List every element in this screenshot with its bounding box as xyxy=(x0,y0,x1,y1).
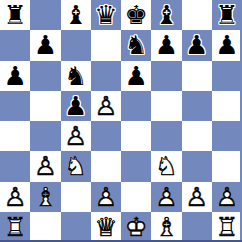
square-e1[interactable]: ♚♔ xyxy=(121,212,151,242)
piece-outline: ♘ xyxy=(151,151,181,181)
square-a2[interactable]: ♟♙ xyxy=(0,182,30,212)
piece-white-bishop[interactable]: ♝♗ xyxy=(30,182,60,212)
square-b2[interactable]: ♝♗ xyxy=(30,182,60,212)
piece-white-pawn[interactable]: ♟♙ xyxy=(61,121,91,151)
square-b5[interactable] xyxy=(30,91,60,121)
piece-black-rook[interactable]: ♜ xyxy=(0,0,30,30)
piece-black-king[interactable]: ♚ xyxy=(121,0,151,30)
piece-white-rook[interactable]: ♜♖ xyxy=(0,212,30,242)
square-f7[interactable]: ♟ xyxy=(151,30,181,60)
square-g2[interactable]: ♟♙ xyxy=(182,182,212,212)
piece-black-queen[interactable]: ♛ xyxy=(91,0,121,30)
square-e5[interactable] xyxy=(121,91,151,121)
piece-outline: ♖ xyxy=(0,212,30,242)
piece-white-queen[interactable]: ♛♕ xyxy=(91,212,121,242)
square-c2[interactable] xyxy=(61,182,91,212)
square-d5[interactable]: ♟♙ xyxy=(91,91,121,121)
square-c4[interactable]: ♟♙ xyxy=(61,121,91,151)
piece-black-pawn[interactable]: ♟ xyxy=(212,30,242,60)
square-c6[interactable]: ♞ xyxy=(61,61,91,91)
square-c1[interactable] xyxy=(61,212,91,242)
square-d7[interactable] xyxy=(91,30,121,60)
square-e6[interactable]: ♟ xyxy=(121,61,151,91)
square-a5[interactable] xyxy=(0,91,30,121)
square-h1[interactable]: ♜♖ xyxy=(212,212,242,242)
piece-black-rook[interactable]: ♜ xyxy=(212,0,242,30)
piece-outline: ♗ xyxy=(30,182,60,212)
piece-white-rook[interactable]: ♜♖ xyxy=(212,212,242,242)
square-f8[interactable]: ♝ xyxy=(151,0,181,30)
piece-black-pawn[interactable]: ♟ xyxy=(151,30,181,60)
square-h3[interactable] xyxy=(212,151,242,181)
square-c8[interactable]: ♝ xyxy=(61,0,91,30)
piece-white-pawn[interactable]: ♟♙ xyxy=(151,182,181,212)
piece-outline: ♙ xyxy=(0,182,30,212)
square-f2[interactable]: ♟♙ xyxy=(151,182,181,212)
square-b1[interactable] xyxy=(30,212,60,242)
piece-white-pawn[interactable]: ♟♙ xyxy=(91,182,121,212)
square-c7[interactable] xyxy=(61,30,91,60)
piece-outline: ♙ xyxy=(61,121,91,151)
piece-black-knight[interactable]: ♞ xyxy=(121,30,151,60)
square-c3[interactable]: ♞♘ xyxy=(61,151,91,181)
piece-outline: ♔ xyxy=(121,212,151,242)
square-e2[interactable] xyxy=(121,182,151,212)
square-h6[interactable] xyxy=(212,61,242,91)
square-d8[interactable]: ♛ xyxy=(91,0,121,30)
square-e4[interactable] xyxy=(121,121,151,151)
square-h2[interactable]: ♟♙ xyxy=(212,182,242,212)
piece-black-pawn[interactable]: ♟ xyxy=(30,30,60,60)
square-g6[interactable] xyxy=(182,61,212,91)
piece-outline: ♙ xyxy=(151,182,181,212)
piece-outline: ♙ xyxy=(30,151,60,181)
square-h4[interactable] xyxy=(212,121,242,151)
square-e3[interactable] xyxy=(121,151,151,181)
square-e7[interactable]: ♞ xyxy=(121,30,151,60)
piece-outline: ♙ xyxy=(91,182,121,212)
square-h7[interactable]: ♟ xyxy=(212,30,242,60)
square-d2[interactable]: ♟♙ xyxy=(91,182,121,212)
square-g4[interactable] xyxy=(182,121,212,151)
piece-black-bishop[interactable]: ♝ xyxy=(151,0,181,30)
piece-white-pawn[interactable]: ♟♙ xyxy=(91,91,121,121)
piece-black-pawn[interactable]: ♟ xyxy=(0,61,30,91)
piece-white-pawn[interactable]: ♟♙ xyxy=(0,182,30,212)
square-b4[interactable] xyxy=(30,121,60,151)
piece-outline: ♙ xyxy=(182,182,212,212)
piece-black-pawn[interactable]: ♟ xyxy=(61,91,91,121)
piece-white-king[interactable]: ♚♔ xyxy=(121,212,151,242)
piece-white-knight[interactable]: ♞♘ xyxy=(61,151,91,181)
piece-white-pawn[interactable]: ♟♙ xyxy=(30,151,60,181)
piece-black-pawn[interactable]: ♟ xyxy=(182,30,212,60)
chess-board: ♜♝♛♚♝♜♟♞♟♟♟♟♞♟♟♟♙♟♙♟♙♞♘♞♘♟♙♝♗♟♙♟♙♟♙♟♙♜♖♛… xyxy=(0,0,242,242)
square-f5[interactable] xyxy=(151,91,181,121)
square-b3[interactable]: ♟♙ xyxy=(30,151,60,181)
square-a6[interactable]: ♟ xyxy=(0,61,30,91)
square-h5[interactable] xyxy=(212,91,242,121)
piece-white-bishop[interactable]: ♝♗ xyxy=(151,212,181,242)
square-f6[interactable] xyxy=(151,61,181,91)
square-g8[interactable] xyxy=(182,0,212,30)
piece-black-pawn[interactable]: ♟ xyxy=(121,61,151,91)
square-d6[interactable] xyxy=(91,61,121,91)
piece-white-pawn[interactable]: ♟♙ xyxy=(182,182,212,212)
piece-outline: ♙ xyxy=(91,91,121,121)
square-g7[interactable]: ♟ xyxy=(182,30,212,60)
square-a3[interactable] xyxy=(0,151,30,181)
square-f1[interactable]: ♝♗ xyxy=(151,212,181,242)
square-g3[interactable] xyxy=(182,151,212,181)
square-g5[interactable] xyxy=(182,91,212,121)
square-a4[interactable] xyxy=(0,121,30,151)
square-a1[interactable]: ♜♖ xyxy=(0,212,30,242)
square-d3[interactable] xyxy=(91,151,121,181)
piece-white-pawn[interactable]: ♟♙ xyxy=(212,182,242,212)
square-f4[interactable] xyxy=(151,121,181,151)
piece-outline: ♘ xyxy=(61,151,91,181)
square-b7[interactable]: ♟ xyxy=(30,30,60,60)
piece-outline: ♖ xyxy=(212,212,242,242)
square-a7[interactable] xyxy=(0,30,30,60)
square-h8[interactable]: ♜ xyxy=(212,0,242,30)
square-a8[interactable]: ♜ xyxy=(0,0,30,30)
square-f3[interactable]: ♞♘ xyxy=(151,151,181,181)
square-d4[interactable] xyxy=(91,121,121,151)
square-g1[interactable] xyxy=(182,212,212,242)
square-d1[interactable]: ♛♕ xyxy=(91,212,121,242)
piece-outline: ♗ xyxy=(151,212,181,242)
square-b6[interactable] xyxy=(30,61,60,91)
square-e8[interactable]: ♚ xyxy=(121,0,151,30)
piece-white-knight[interactable]: ♞♘ xyxy=(151,151,181,181)
piece-outline: ♕ xyxy=(91,212,121,242)
square-b8[interactable] xyxy=(30,0,60,30)
piece-black-bishop[interactable]: ♝ xyxy=(61,0,91,30)
piece-black-knight[interactable]: ♞ xyxy=(61,61,91,91)
piece-outline: ♙ xyxy=(212,182,242,212)
square-c5[interactable]: ♟ xyxy=(61,91,91,121)
